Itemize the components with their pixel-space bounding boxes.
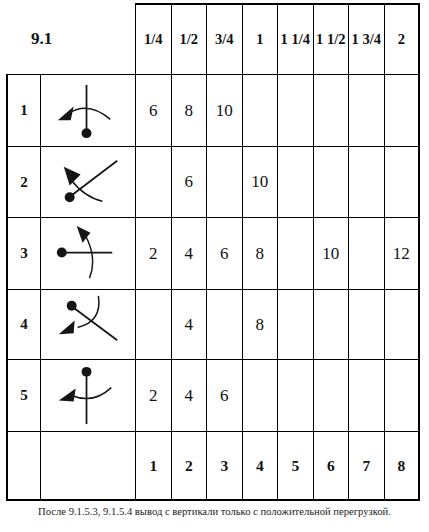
row-number: 3 (6, 218, 41, 290)
value-cell (314, 360, 350, 432)
footer-cell: 4 (243, 432, 279, 501)
value-cell (207, 147, 243, 218)
value-cell: 10 (314, 218, 350, 290)
value-cell (243, 360, 279, 432)
value-cell (314, 75, 350, 147)
roll-on-vertical-up-line-icon (41, 76, 135, 145)
footer-cell: 6 (314, 432, 350, 501)
value-cell (278, 75, 314, 147)
footer-cell: 3 (207, 432, 243, 501)
value-cell: 8 (243, 290, 279, 360)
footer-cell: 1 (136, 432, 172, 501)
value-cell: 2 (136, 218, 172, 290)
value-cell (136, 290, 172, 360)
col-header-three-quarter: 3/4 (207, 3, 243, 75)
value-cell (349, 75, 385, 147)
value-cell (349, 218, 385, 290)
value-cell (349, 290, 385, 360)
value-cell (136, 147, 172, 218)
family-label: 9.1 (6, 3, 136, 75)
col-header-half: 1/2 (172, 3, 208, 75)
figure-cell (41, 290, 136, 360)
roll-on-vertical-down-line-icon (41, 361, 135, 430)
figure-cell (41, 218, 136, 290)
value-cell (207, 290, 243, 360)
difficulty-table: 9.1 1/4 1/2 3/4 1 1 1/4 1 1/2 1 3/4 2 1 … (6, 3, 420, 501)
footer-cell: 8 (385, 432, 421, 501)
value-cell (385, 147, 421, 218)
figure-cell (41, 147, 136, 218)
figure-cell (41, 360, 136, 432)
col-header-one-quarter: 1 1/4 (278, 3, 314, 75)
value-cell (385, 360, 421, 432)
value-cell (349, 147, 385, 218)
value-cell (278, 360, 314, 432)
value-cell: 12 (385, 218, 421, 290)
value-cell: 10 (207, 75, 243, 147)
footer-cell: 7 (349, 432, 385, 501)
value-cell: 8 (172, 75, 208, 147)
col-header-one: 1 (243, 3, 279, 75)
value-cell: 6 (207, 218, 243, 290)
value-cell (385, 290, 421, 360)
footer-cell: 5 (278, 432, 314, 501)
value-cell: 6 (172, 147, 208, 218)
value-cell (243, 75, 279, 147)
value-cell (349, 360, 385, 432)
row-number: 2 (6, 147, 41, 218)
row-number: 1 (6, 75, 41, 147)
row-number: 5 (6, 360, 41, 432)
figure-cell (41, 75, 136, 147)
col-header-one-half: 1 1/2 (314, 3, 350, 75)
value-cell (278, 147, 314, 218)
page: 9.1 1/4 1/2 3/4 1 1 1/4 1 1/2 1 3/4 2 1 … (0, 0, 429, 532)
col-header-one-three-quarter: 1 3/4 (349, 3, 385, 75)
roll-on-45-down-line-icon (41, 290, 135, 359)
value-cell: 10 (243, 147, 279, 218)
roll-on-45-up-line-icon (41, 148, 135, 217)
value-cell: 2 (136, 360, 172, 432)
footer-empty-cell (41, 432, 136, 501)
value-cell (385, 75, 421, 147)
col-header-two: 2 (385, 3, 421, 75)
col-header-quarter: 1/4 (136, 3, 172, 75)
roll-on-horizontal-line-icon (41, 219, 135, 288)
table-caption: После 9.1.5.3, 9.1.5.4 вывод с вертикали… (0, 506, 429, 517)
value-cell (278, 290, 314, 360)
value-cell: 4 (172, 360, 208, 432)
value-cell: 6 (207, 360, 243, 432)
footer-cell: 2 (172, 432, 208, 501)
value-cell: 4 (172, 290, 208, 360)
value-cell (314, 290, 350, 360)
value-cell (314, 147, 350, 218)
value-cell (278, 218, 314, 290)
value-cell: 8 (243, 218, 279, 290)
value-cell: 4 (172, 218, 208, 290)
footer-empty-cell (6, 432, 41, 501)
value-cell: 6 (136, 75, 172, 147)
row-number: 4 (6, 290, 41, 360)
